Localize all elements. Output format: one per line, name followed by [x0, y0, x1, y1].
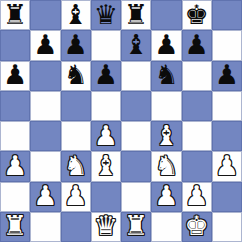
piece-white-rook: ♜: [124, 212, 148, 239]
square-e8[interactable]: ♜: [121, 0, 151, 30]
square-a1[interactable]: ♜: [0, 212, 30, 242]
square-b6[interactable]: [30, 61, 60, 91]
square-g1[interactable]: ♚: [182, 212, 212, 242]
piece-black-rook: ♜: [124, 1, 148, 28]
square-b3[interactable]: [30, 151, 60, 181]
piece-black-pawn: ♟: [185, 31, 209, 58]
square-d1[interactable]: ♛: [91, 212, 121, 242]
piece-white-knight: ♞: [64, 152, 88, 179]
square-h4[interactable]: [212, 121, 242, 151]
square-e2[interactable]: [121, 182, 151, 212]
piece-black-pawn: ♟: [64, 31, 88, 58]
square-a7[interactable]: [0, 30, 30, 60]
chess-board: ♜♝♛♜♚♟♟♝♟♟♟♞♟♞♟♟♝♟♞♝♞♟♟♟♟♟♜♛♜♚: [0, 0, 242, 242]
square-f7[interactable]: ♟: [151, 30, 181, 60]
piece-black-pawn: ♟: [215, 61, 239, 88]
square-h1[interactable]: [212, 212, 242, 242]
square-b2[interactable]: ♟: [30, 182, 60, 212]
square-d5[interactable]: [91, 91, 121, 121]
square-a6[interactable]: ♟: [0, 61, 30, 91]
square-a8[interactable]: ♜: [0, 0, 30, 30]
piece-black-knight: ♞: [154, 61, 178, 88]
square-h5[interactable]: [212, 91, 242, 121]
square-g3[interactable]: [182, 151, 212, 181]
square-b8[interactable]: [30, 0, 60, 30]
square-e5[interactable]: [121, 91, 151, 121]
piece-white-pawn: ♟: [185, 182, 209, 209]
square-a3[interactable]: ♟: [0, 151, 30, 181]
square-f5[interactable]: [151, 91, 181, 121]
piece-black-bishop: ♝: [124, 31, 148, 58]
square-c1[interactable]: [61, 212, 91, 242]
square-d6[interactable]: ♟: [91, 61, 121, 91]
square-c5[interactable]: [61, 91, 91, 121]
square-d7[interactable]: [91, 30, 121, 60]
square-a5[interactable]: [0, 91, 30, 121]
square-h6[interactable]: ♟: [212, 61, 242, 91]
piece-white-knight: ♞: [154, 152, 178, 179]
piece-white-pawn: ♟: [94, 122, 118, 149]
square-b5[interactable]: [30, 91, 60, 121]
square-h2[interactable]: [212, 182, 242, 212]
piece-white-king: ♚: [185, 212, 209, 239]
square-a2[interactable]: [0, 182, 30, 212]
piece-white-pawn: ♟: [154, 182, 178, 209]
square-h8[interactable]: [212, 0, 242, 30]
square-f8[interactable]: [151, 0, 181, 30]
square-g6[interactable]: [182, 61, 212, 91]
square-c8[interactable]: ♝: [61, 0, 91, 30]
square-c3[interactable]: ♞: [61, 151, 91, 181]
square-e4[interactable]: [121, 121, 151, 151]
square-f3[interactable]: ♞: [151, 151, 181, 181]
piece-white-bishop: ♝: [94, 152, 118, 179]
piece-black-king: ♚: [185, 1, 209, 28]
square-g7[interactable]: ♟: [182, 30, 212, 60]
square-a4[interactable]: [0, 121, 30, 151]
square-e3[interactable]: [121, 151, 151, 181]
square-f1[interactable]: [151, 212, 181, 242]
piece-black-rook: ♜: [3, 1, 27, 28]
square-b4[interactable]: [30, 121, 60, 151]
square-c2[interactable]: ♟: [61, 182, 91, 212]
square-b1[interactable]: [30, 212, 60, 242]
square-g5[interactable]: [182, 91, 212, 121]
square-f4[interactable]: ♝: [151, 121, 181, 151]
square-d4[interactable]: ♟: [91, 121, 121, 151]
square-g2[interactable]: ♟: [182, 182, 212, 212]
piece-black-pawn: ♟: [3, 61, 27, 88]
piece-white-pawn: ♟: [3, 152, 27, 179]
piece-black-pawn: ♟: [94, 61, 118, 88]
square-e1[interactable]: ♜: [121, 212, 151, 242]
piece-white-pawn: ♟: [215, 152, 239, 179]
piece-black-queen: ♛: [94, 1, 118, 28]
piece-white-pawn: ♟: [64, 182, 88, 209]
square-e7[interactable]: ♝: [121, 30, 151, 60]
piece-white-queen: ♛: [94, 212, 118, 239]
square-g8[interactable]: ♚: [182, 0, 212, 30]
piece-black-pawn: ♟: [33, 31, 57, 58]
square-c7[interactable]: ♟: [61, 30, 91, 60]
square-d8[interactable]: ♛: [91, 0, 121, 30]
square-h3[interactable]: ♟: [212, 151, 242, 181]
square-c4[interactable]: [61, 121, 91, 151]
square-d3[interactable]: ♝: [91, 151, 121, 181]
square-e6[interactable]: [121, 61, 151, 91]
square-d2[interactable]: [91, 182, 121, 212]
piece-white-rook: ♜: [3, 212, 27, 239]
piece-black-knight: ♞: [64, 61, 88, 88]
piece-black-bishop: ♝: [64, 1, 88, 28]
piece-white-bishop: ♝: [154, 122, 178, 149]
piece-white-pawn: ♟: [33, 182, 57, 209]
square-f2[interactable]: ♟: [151, 182, 181, 212]
square-f6[interactable]: ♞: [151, 61, 181, 91]
piece-black-pawn: ♟: [154, 31, 178, 58]
square-c6[interactable]: ♞: [61, 61, 91, 91]
square-h7[interactable]: [212, 30, 242, 60]
square-b7[interactable]: ♟: [30, 30, 60, 60]
square-g4[interactable]: [182, 121, 212, 151]
